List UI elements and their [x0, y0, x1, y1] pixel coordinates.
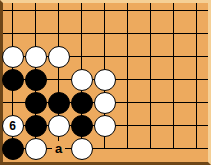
grid-line-vertical [127, 3, 128, 149]
black-stone [71, 92, 93, 114]
grid-line-vertical [173, 3, 174, 149]
black-stone [25, 69, 47, 91]
grid-line-vertical [150, 3, 151, 149]
black-stone [2, 138, 24, 160]
white-stone [71, 69, 93, 91]
white-stone [25, 46, 47, 68]
black-stone [25, 115, 47, 137]
white-stone-move-6: 6 [2, 115, 24, 137]
grid-line-horizontal [3, 10, 208, 11]
white-stone [25, 138, 47, 160]
white-stone [94, 115, 116, 137]
go-board-diagram: 6a [0, 0, 211, 165]
black-stone [25, 92, 47, 114]
point-label-a: a [52, 141, 65, 157]
grid-line-vertical [196, 3, 197, 149]
white-stone [48, 46, 70, 68]
white-stone [94, 69, 116, 91]
white-stone [94, 92, 116, 114]
white-stone [48, 115, 70, 137]
black-stone [71, 115, 93, 137]
white-stone [2, 46, 24, 68]
grid-line-horizontal [3, 33, 208, 34]
black-stone [2, 69, 24, 91]
black-stone [48, 92, 70, 114]
white-stone [71, 138, 93, 160]
